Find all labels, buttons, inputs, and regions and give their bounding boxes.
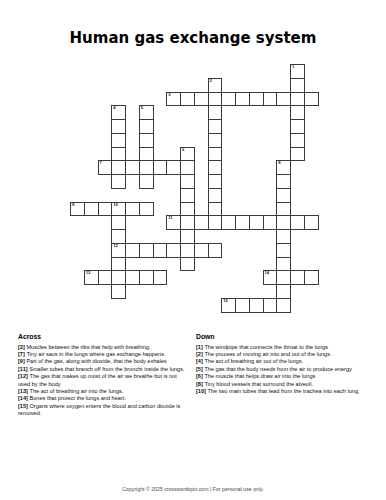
grid-cell-r2c12[interactable] — [235, 92, 250, 107]
grid-cell-r10c10[interactable] — [208, 202, 223, 217]
grid-cell-r7c2[interactable]: 7 — [98, 160, 113, 175]
clue-number-15: 15 — [223, 299, 228, 304]
down-heading: Down — [196, 333, 372, 340]
clue-across-9: [9] Part of the gas, along with dioxide,… — [18, 358, 190, 365]
grid-cell-r15c1[interactable]: 13 — [84, 270, 99, 285]
grid-cell-r11c12[interactable] — [235, 215, 250, 230]
grid-cell-r17c11[interactable]: 15 — [221, 298, 236, 313]
grid-cell-r10c2[interactable] — [98, 202, 113, 217]
clue-number-11: 11 — [168, 216, 172, 221]
clue-text: The act of breathing air into the lungs. — [30, 388, 124, 394]
clue-number-label: [13] — [18, 388, 30, 394]
grid-cell-r15c14[interactable]: 14 — [263, 270, 278, 285]
clue-number-3: 3 — [168, 93, 170, 98]
grid-cell-r13c8[interactable] — [180, 243, 195, 258]
grid-cell-r15c4[interactable] — [125, 270, 140, 285]
grid-cell-r2c13[interactable] — [249, 92, 264, 107]
grid-cell-r2c7[interactable]: 3 — [166, 92, 181, 107]
grid-cell-r11c13[interactable] — [249, 215, 264, 230]
clue-number-label: [11] — [18, 366, 29, 372]
clue-text: Muscles between the ribs that help with … — [26, 344, 150, 350]
copyright-footer: Copyright © 2025 crosswordspin.com | For… — [0, 486, 386, 492]
grid-cell-r2c8[interactable] — [180, 92, 195, 107]
clue-across-11: [11] Smaller tubes that branch off from … — [18, 366, 190, 373]
clue-number-4: 4 — [113, 106, 115, 111]
clue-text: Tiny blood vessels that surround the alv… — [204, 381, 313, 387]
grid-cell-r2c10[interactable] — [208, 92, 223, 107]
grid-cell-r11c16[interactable] — [290, 215, 305, 230]
clue-number-13: 13 — [86, 271, 91, 276]
grid-cell-r16c3[interactable] — [111, 284, 126, 299]
grid-cell-r7c5[interactable] — [139, 160, 154, 175]
grid-cell-r16c15[interactable] — [276, 284, 291, 299]
grid-cell-r14c8[interactable] — [180, 257, 195, 272]
grid-cell-r12c3[interactable] — [111, 229, 126, 244]
clue-number-label: [14] — [18, 395, 30, 401]
clue-number-12: 12 — [113, 244, 118, 249]
grid-cell-r7c3[interactable] — [111, 160, 126, 175]
grid-cell-r5c10[interactable] — [208, 133, 223, 148]
grid-cell-r2c14[interactable] — [263, 92, 278, 107]
grid-cell-r11c14[interactable] — [263, 215, 278, 230]
grid-cell-r7c8[interactable] — [180, 160, 195, 175]
grid-cell-r5c16[interactable] — [290, 133, 305, 148]
clue-down-4: [4] The act of breathing air out of the … — [196, 358, 372, 365]
clue-text: Tiny air sacs in the lungs where gas exc… — [26, 351, 165, 357]
grid-cell-r3c3[interactable]: 4 — [111, 105, 126, 120]
clue-across-12: [12] The gas that makes up most of the a… — [18, 373, 190, 388]
grid-cell-r11c8[interactable] — [180, 215, 195, 230]
clue-text: The two main tubes that lead from the tr… — [208, 388, 360, 394]
grid-cell-r15c6[interactable] — [153, 270, 168, 285]
clue-number-6: 6 — [182, 148, 184, 153]
grid-cell-r1c16[interactable] — [290, 78, 305, 93]
grid-cell-r4c3[interactable] — [111, 119, 126, 134]
grid-cell-r9c8[interactable] — [180, 188, 195, 203]
clue-down-1: [1] The windpipe that connects the throa… — [196, 344, 372, 351]
grid-cell-r7c4[interactable] — [125, 160, 140, 175]
grid-cell-r15c2[interactable] — [98, 270, 113, 285]
grid-cell-r11c7[interactable]: 11 — [166, 215, 181, 230]
clue-text: The process of moving air into and out o… — [204, 351, 331, 357]
clue-text: Part of the gas, along with dioxide, tha… — [26, 358, 166, 364]
across-clues-section: Across [3] Muscles between the ribs that… — [18, 333, 190, 418]
grid-cell-r10c1[interactable] — [84, 202, 99, 217]
grid-cell-r2c11[interactable] — [221, 92, 236, 107]
grid-cell-r5c5[interactable] — [139, 133, 154, 148]
grid-cell-r10c5[interactable] — [139, 202, 154, 217]
grid-cell-r15c17[interactable] — [304, 270, 319, 285]
down-clue-list: [1] The windpipe that connects the throa… — [196, 344, 372, 396]
grid-cell-r2c9[interactable] — [194, 92, 209, 107]
clue-down-10: [10] The two main tubes that lead from t… — [196, 388, 372, 395]
clue-text: Smaller tubes that branch off from the b… — [29, 366, 184, 372]
grid-cell-r6c8[interactable]: 6 — [180, 147, 195, 162]
grid-cell-r7c6[interactable] — [153, 160, 168, 175]
clue-down-5: [5] The gas that the body needs from the… — [196, 366, 372, 373]
grid-cell-r2c15[interactable] — [276, 92, 291, 107]
clue-text: The act of breathing air out of the lung… — [204, 358, 303, 364]
across-clue-list: [3] Muscles between the ribs that help w… — [18, 344, 190, 418]
grid-cell-r8c5[interactable] — [139, 174, 154, 189]
grid-cell-r6c5[interactable] — [139, 147, 154, 162]
grid-cell-r14c3[interactable] — [111, 257, 126, 272]
down-clues-section: Down [1] The windpipe that connects the … — [196, 333, 372, 395]
grid-cell-r3c5[interactable]: 5 — [139, 105, 154, 120]
clue-across-15: [15] Organs where oxygen enters the bloo… — [18, 403, 190, 418]
grid-cell-r7c7[interactable] — [166, 160, 181, 175]
clue-number-label: [10] — [196, 388, 208, 394]
grid-cell-r10c0[interactable]: 9 — [70, 202, 85, 217]
clue-number-14: 14 — [265, 271, 270, 276]
clue-down-2: [2] The process of moving air into and o… — [196, 351, 372, 358]
grid-cell-r12c8[interactable] — [180, 229, 195, 244]
grid-cell-r11c17[interactable] — [304, 215, 319, 230]
grid-cell-r1c10[interactable]: 2 — [208, 78, 223, 93]
grid-cell-r13c9[interactable] — [194, 243, 209, 258]
clue-number-5: 5 — [141, 106, 143, 111]
grid-cell-r13c10[interactable] — [208, 243, 223, 258]
grid-cell-r15c15[interactable] — [276, 270, 291, 285]
clue-number-9: 9 — [72, 203, 74, 208]
across-heading: Across — [18, 333, 190, 340]
grid-cell-r13c5[interactable] — [139, 243, 154, 258]
grid-cell-r13c15[interactable] — [276, 243, 291, 258]
grid-cell-r13c3[interactable]: 12 — [111, 243, 126, 258]
grid-cell-r14c15[interactable] — [276, 257, 291, 272]
grid-cell-r9c10[interactable] — [208, 188, 223, 203]
grid-cell-r6c3[interactable] — [111, 147, 126, 162]
grid-cell-r8c3[interactable] — [111, 174, 126, 189]
crossword-page: Human gas exchange system 12345678910111… — [0, 0, 386, 500]
grid-cell-r15c3[interactable] — [111, 270, 126, 285]
grid-cell-r0c16[interactable]: 1 — [290, 64, 305, 79]
grid-cell-r10c8[interactable] — [180, 202, 195, 217]
grid-cell-r4c16[interactable] — [290, 119, 305, 134]
grid-cell-r2c17[interactable] — [304, 92, 319, 107]
grid-cell-r17c13[interactable] — [249, 298, 264, 313]
grid-cell-r4c10[interactable] — [208, 119, 223, 134]
clue-text: The gas that makes up most of the air we… — [18, 373, 177, 386]
grid-cell-r10c4[interactable] — [125, 202, 140, 217]
grid-cell-r11c3[interactable] — [111, 215, 126, 230]
grid-cell-r10c3[interactable]: 10 — [111, 202, 126, 217]
grid-cell-r8c8[interactable] — [180, 174, 195, 189]
grid-cell-r17c14[interactable] — [263, 298, 278, 313]
grid-cell-r12c15[interactable] — [276, 229, 291, 244]
clue-number-8: 8 — [278, 161, 280, 166]
clue-across-14: [14] Bones that protect the lungs and he… — [18, 395, 190, 402]
crossword-grid: 123456789101112131415 — [70, 64, 319, 313]
clue-number-label: [12] — [18, 373, 30, 379]
clue-number-7: 7 — [100, 161, 102, 166]
clue-down-8: [8] Tiny blood vessels that surround the… — [196, 381, 372, 388]
grid-cell-r3c10[interactable] — [208, 105, 223, 120]
clue-text: The muscle that helps draw air into the … — [204, 373, 315, 379]
clue-number-2: 2 — [210, 79, 212, 84]
page-title: Human gas exchange system — [0, 30, 386, 46]
clue-across-7: [7] Tiny air sacs in the lungs where gas… — [18, 351, 190, 358]
clue-across-13: [13] The act of breathing air into the l… — [18, 388, 190, 395]
clue-number-1: 1 — [292, 65, 294, 70]
clue-number-10: 10 — [113, 203, 118, 208]
grid-cell-r15c5[interactable] — [139, 270, 154, 285]
grid-cell-r17c12[interactable] — [235, 298, 250, 313]
grid-cell-r8c15[interactable] — [276, 174, 291, 189]
grid-cell-r2c16[interactable] — [290, 92, 305, 107]
grid-cell-r17c15[interactable] — [276, 298, 291, 313]
grid-cell-r11c15[interactable] — [276, 215, 291, 230]
grid-cell-r15c16[interactable] — [290, 270, 305, 285]
grid-cell-r6c16[interactable] — [290, 147, 305, 162]
grid-cell-r8c10[interactable] — [208, 174, 223, 189]
grid-cell-r13c6[interactable] — [153, 243, 168, 258]
clue-across-3: [3] Muscles between the ribs that help w… — [18, 344, 190, 351]
grid-cell-r13c7[interactable] — [166, 243, 181, 258]
clue-number-label: [15] — [18, 403, 30, 409]
grid-cell-r9c15[interactable] — [276, 188, 291, 203]
grid-cell-r11c11[interactable] — [221, 215, 236, 230]
clue-text: The gas that the body needs from the air… — [204, 366, 351, 372]
grid-cell-r5c3[interactable] — [111, 133, 126, 148]
grid-cell-r13c4[interactable] — [125, 243, 140, 258]
grid-cell-r7c15[interactable]: 8 — [276, 160, 291, 175]
clue-down-6: [6] The muscle that helps draw air into … — [196, 373, 372, 380]
grid-cell-r11c10[interactable] — [208, 215, 223, 230]
grid-cell-r7c10[interactable] — [208, 160, 223, 175]
grid-cell-r10c15[interactable] — [276, 202, 291, 217]
grid-cell-r11c9[interactable] — [194, 215, 209, 230]
clue-text: Organs where oxygen enters the blood and… — [18, 403, 180, 416]
clue-text: Bones that protect the lungs and heart. — [30, 395, 126, 401]
grid-cell-r3c16[interactable] — [290, 105, 305, 120]
clue-text: The windpipe that connects the throat to… — [204, 344, 328, 350]
grid-cell-r4c5[interactable] — [139, 119, 154, 134]
grid-cell-r6c10[interactable] — [208, 147, 223, 162]
